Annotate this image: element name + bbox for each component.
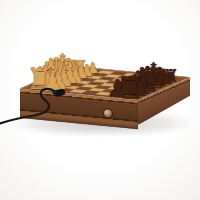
cable-wire [0,89,57,124]
power-cable [0,0,200,200]
chess-box-product-photo: ♜♞♝♛♚♝♞♜♟♟♟♟♟♟♟♟♟♟♟♟♟♟♟♟♜♞♝♛♚♝♞♜ [0,0,200,200]
